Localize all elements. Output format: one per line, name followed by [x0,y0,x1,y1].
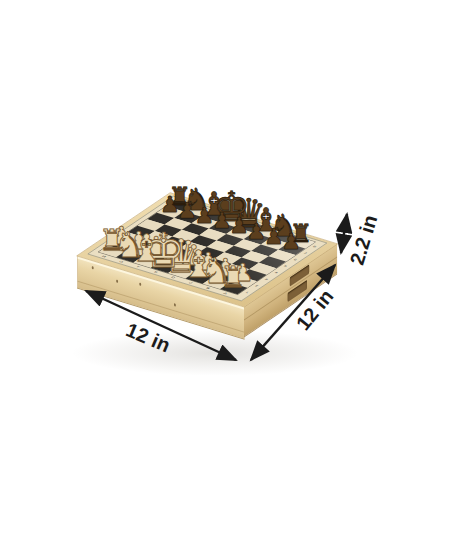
product-photo: HGFEDCBA 87654321 ♜♞♝♛♚♝♞♜♟♟♟♟♟♟♟♟♟♟♟♟♟♟… [0,0,450,540]
dimension-arrows [0,0,450,540]
height-arrow [341,214,347,253]
